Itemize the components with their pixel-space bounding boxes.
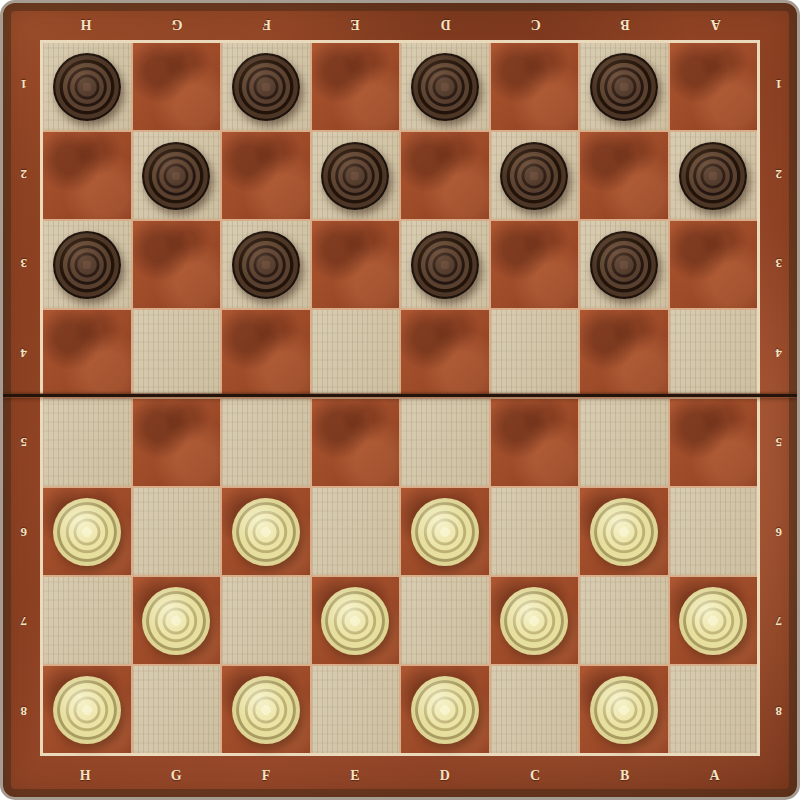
square-B5[interactable] — [580, 399, 668, 486]
square-E8[interactable] — [312, 666, 400, 753]
square-A4[interactable] — [670, 310, 758, 397]
file-labels-top: HGFEDCBA — [40, 8, 760, 39]
square-E3[interactable] — [312, 221, 400, 308]
square-C1[interactable] — [491, 43, 579, 130]
coord-label: 2 — [20, 168, 27, 181]
square-B3[interactable] — [580, 221, 668, 308]
dark-piece-C2[interactable] — [500, 142, 568, 210]
coord-label: 2 — [775, 168, 782, 181]
square-G4[interactable] — [133, 310, 221, 397]
square-G8[interactable] — [133, 666, 221, 753]
square-B4[interactable] — [580, 310, 668, 397]
square-H6[interactable] — [43, 488, 131, 575]
dark-piece-B3[interactable] — [590, 231, 658, 299]
cream-piece-F8[interactable] — [232, 676, 300, 744]
square-H4[interactable] — [43, 310, 131, 397]
coord-label: C — [530, 17, 541, 31]
square-C7[interactable] — [491, 577, 579, 664]
coord-label: 1 — [20, 78, 27, 91]
square-G7[interactable] — [133, 577, 221, 664]
cream-piece-E7[interactable] — [321, 587, 389, 655]
square-D1[interactable] — [401, 43, 489, 130]
square-F6[interactable] — [222, 488, 310, 575]
square-E7[interactable] — [312, 577, 400, 664]
coord-label: D — [440, 17, 451, 31]
square-D7[interactable] — [401, 577, 489, 664]
square-C5[interactable] — [491, 399, 579, 486]
square-E6[interactable] — [312, 488, 400, 575]
square-A2[interactable] — [670, 132, 758, 219]
coord-label: 1 — [775, 78, 782, 91]
square-G3[interactable] — [133, 221, 221, 308]
coord-label: A — [710, 769, 721, 783]
square-D4[interactable] — [401, 310, 489, 397]
play-area — [40, 40, 760, 756]
square-H8[interactable] — [43, 666, 131, 753]
square-E4[interactable] — [312, 310, 400, 397]
square-C3[interactable] — [491, 221, 579, 308]
checkers-board: HGFEDCBA HGFEDCBA 12345678 12345678 — [0, 0, 800, 800]
coord-label: C — [530, 769, 541, 783]
cream-piece-C7[interactable] — [500, 587, 568, 655]
square-G5[interactable] — [133, 399, 221, 486]
dark-piece-A2[interactable] — [679, 142, 747, 210]
square-A3[interactable] — [670, 221, 758, 308]
square-B6[interactable] — [580, 488, 668, 575]
coord-label: E — [350, 17, 360, 31]
coord-label: 5 — [775, 436, 782, 449]
coord-label: 8 — [20, 705, 27, 718]
square-B2[interactable] — [580, 132, 668, 219]
cream-piece-B6[interactable] — [590, 498, 658, 566]
cream-piece-H8[interactable] — [53, 676, 121, 744]
coord-label: 4 — [775, 347, 782, 360]
square-C6[interactable] — [491, 488, 579, 575]
coord-label: A — [710, 17, 721, 31]
square-A1[interactable] — [670, 43, 758, 130]
square-C8[interactable] — [491, 666, 579, 753]
cream-piece-H6[interactable] — [53, 498, 121, 566]
square-F4[interactable] — [222, 310, 310, 397]
square-F7[interactable] — [222, 577, 310, 664]
coord-label: E — [350, 769, 360, 783]
dark-piece-H1[interactable] — [53, 53, 121, 121]
coord-label: 5 — [20, 436, 27, 449]
rank-labels-right: 12345678 — [758, 40, 798, 756]
cream-piece-D6[interactable] — [411, 498, 479, 566]
coord-label: 7 — [20, 615, 27, 628]
cream-piece-D8[interactable] — [411, 676, 479, 744]
dark-piece-D1[interactable] — [411, 53, 479, 121]
square-E5[interactable] — [312, 399, 400, 486]
dark-piece-B1[interactable] — [590, 53, 658, 121]
cream-piece-G7[interactable] — [142, 587, 210, 655]
square-F2[interactable] — [222, 132, 310, 219]
square-G6[interactable] — [133, 488, 221, 575]
square-B1[interactable] — [580, 43, 668, 130]
fold-seam — [3, 393, 797, 398]
square-A8[interactable] — [670, 666, 758, 753]
square-F1[interactable] — [222, 43, 310, 130]
coord-label: 3 — [775, 257, 782, 270]
square-H1[interactable] — [43, 43, 131, 130]
square-E1[interactable] — [312, 43, 400, 130]
coord-label: F — [262, 17, 271, 31]
coord-label: 3 — [20, 257, 27, 270]
coord-label: B — [620, 769, 630, 783]
coord-label: D — [440, 769, 451, 783]
square-C4[interactable] — [491, 310, 579, 397]
coord-label: G — [171, 17, 182, 31]
coord-label: B — [620, 17, 630, 31]
square-D6[interactable] — [401, 488, 489, 575]
square-F8[interactable] — [222, 666, 310, 753]
square-E2[interactable] — [312, 132, 400, 219]
square-G2[interactable] — [133, 132, 221, 219]
dark-piece-F3[interactable] — [232, 231, 300, 299]
coord-label: H — [80, 17, 91, 31]
square-A5[interactable] — [670, 399, 758, 486]
coord-label: F — [262, 769, 271, 783]
rank-labels-left: 12345678 — [8, 40, 39, 756]
square-H3[interactable] — [43, 221, 131, 308]
square-D8[interactable] — [401, 666, 489, 753]
cream-piece-B8[interactable] — [590, 676, 658, 744]
coord-label: H — [80, 769, 91, 783]
dark-piece-F1[interactable] — [232, 53, 300, 121]
square-B8[interactable] — [580, 666, 668, 753]
square-C2[interactable] — [491, 132, 579, 219]
coord-label: 6 — [20, 526, 27, 539]
square-F3[interactable] — [222, 221, 310, 308]
square-B7[interactable] — [580, 577, 668, 664]
square-A6[interactable] — [670, 488, 758, 575]
product-photo-stage: HGFEDCBA HGFEDCBA 12345678 12345678 — [0, 0, 800, 800]
coord-label: 7 — [775, 615, 782, 628]
square-D3[interactable] — [401, 221, 489, 308]
cream-piece-F6[interactable] — [232, 498, 300, 566]
coord-label: 6 — [775, 526, 782, 539]
cream-piece-A7[interactable] — [679, 587, 747, 655]
square-G1[interactable] — [133, 43, 221, 130]
square-D5[interactable] — [401, 399, 489, 486]
square-D2[interactable] — [401, 132, 489, 219]
coord-label: 8 — [775, 705, 782, 718]
dark-piece-H3[interactable] — [53, 231, 121, 299]
dark-piece-E2[interactable] — [321, 142, 389, 210]
coord-label: G — [171, 769, 182, 783]
coord-label: 4 — [20, 347, 27, 360]
dark-piece-D3[interactable] — [411, 231, 479, 299]
file-labels-bottom: HGFEDCBA — [40, 756, 760, 796]
square-H5[interactable] — [43, 399, 131, 486]
square-H7[interactable] — [43, 577, 131, 664]
square-A7[interactable] — [670, 577, 758, 664]
square-H2[interactable] — [43, 132, 131, 219]
dark-piece-G2[interactable] — [142, 142, 210, 210]
square-F5[interactable] — [222, 399, 310, 486]
